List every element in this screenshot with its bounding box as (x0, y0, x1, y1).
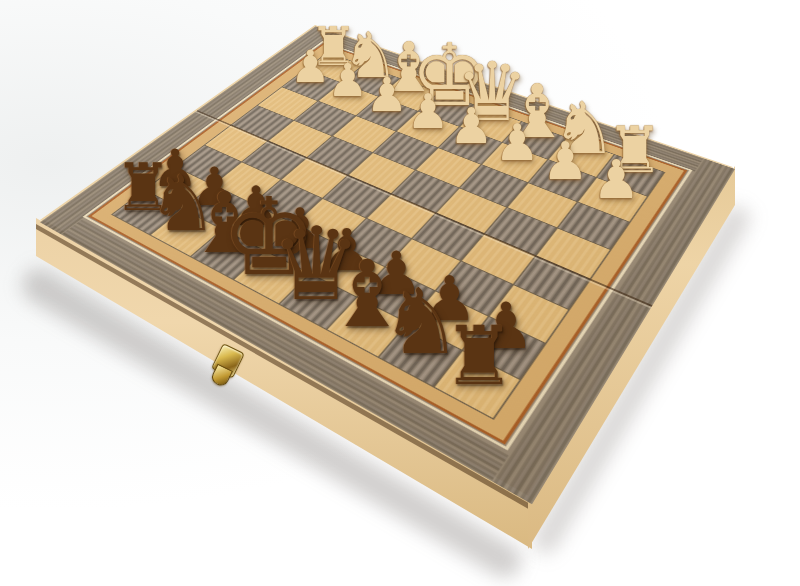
piece-white-pawn-c2[interactable]: ♟ (494, 118, 539, 169)
piece-white-pawn-f2[interactable]: ♟ (366, 72, 408, 119)
piece-white-pawn-h2[interactable]: ♟ (291, 45, 331, 90)
pieces-layer: ♜♞♝♛♚♝♞♜♟♟♟♟♟♟♟♟♟♟♟♟♟♟♟♟♜♞♝♛♚♝♞♜ (0, 0, 800, 586)
piece-white-pawn-d2[interactable]: ♟ (449, 102, 493, 151)
piece-white-pawn-a2[interactable]: ♟ (592, 153, 640, 207)
piece-white-pawn-g2[interactable]: ♟ (327, 58, 368, 104)
piece-black-rook-a8[interactable]: ♜ (443, 316, 516, 397)
piece-white-pawn-e2[interactable]: ♟ (406, 87, 449, 135)
chess-set-photo: ♜♞♝♛♚♝♞♜♟♟♟♟♟♟♟♟♟♟♟♟♟♟♟♟♜♞♝♛♚♝♞♜ (0, 0, 800, 586)
piece-white-pawn-b2[interactable]: ♟ (542, 135, 589, 187)
